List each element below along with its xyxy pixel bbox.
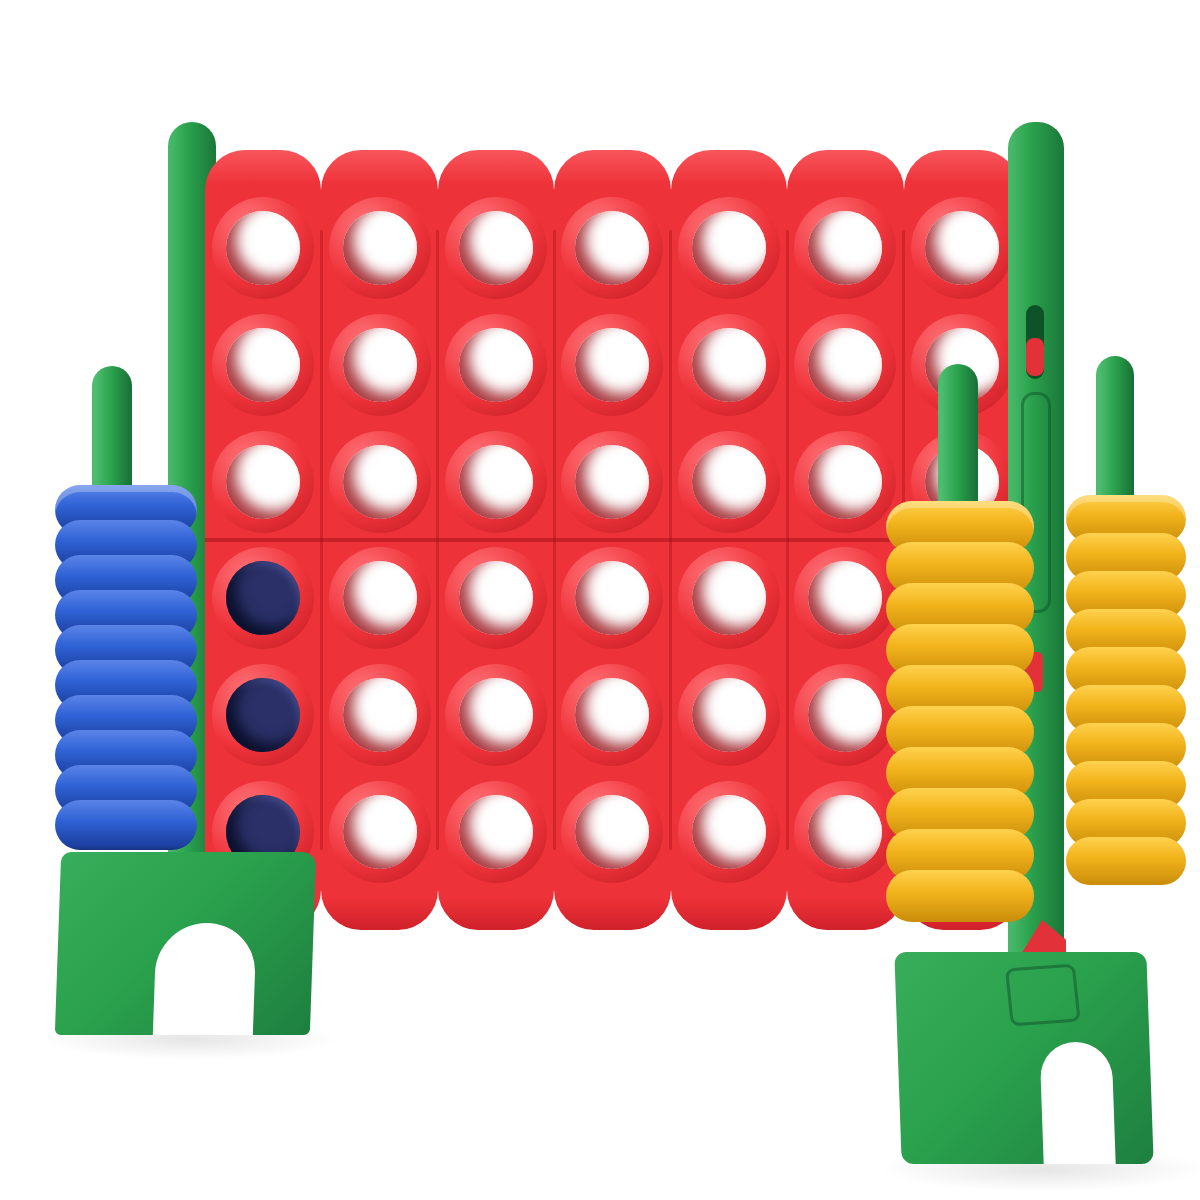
board-column-2-drop-zone[interactable] — [321, 150, 437, 930]
product-photo-stage — [0, 0, 1200, 1200]
yellow-disc-stack-back — [1066, 505, 1186, 885]
red-latch-button-upper — [1026, 338, 1044, 376]
board-column-4-drop-zone[interactable] — [554, 150, 670, 930]
right-foot-recessed-panel — [1005, 964, 1081, 1027]
board-column-5-drop-zone[interactable] — [671, 150, 787, 930]
left-foot-arch-cutout — [153, 923, 257, 1035]
board-column-6-drop-zone[interactable] — [787, 150, 903, 930]
blue-disc-stack — [55, 500, 197, 850]
board-column-3-drop-zone[interactable] — [438, 150, 554, 930]
right-foot-arch-cutout — [1039, 1042, 1115, 1164]
right-foot — [894, 952, 1153, 1164]
board-column-7-drop-zone[interactable] — [904, 150, 1020, 930]
blue-disc — [55, 800, 197, 850]
yellow-disc — [1066, 837, 1186, 885]
board-column-1-drop-zone[interactable] — [205, 150, 321, 930]
